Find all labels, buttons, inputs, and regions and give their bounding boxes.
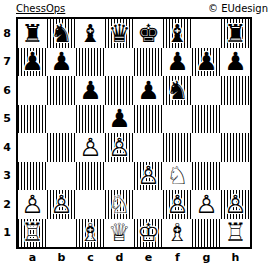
square-a3 — [18, 162, 47, 191]
piece-black-bishop: ♝ — [79, 21, 101, 46]
rank-label-3: 3 — [0, 162, 16, 191]
chess-board: ♜♞♝♛♚♝♜♟♟♟♟♟♟♟♞♟♙♙♙♘♙♙♘♙♙♙♖♗♕♔♗♖ — [16, 17, 252, 249]
piece-white-pawn: ♙ — [108, 135, 130, 160]
square-h8: ♜ — [221, 19, 250, 48]
rank-label-5: 5 — [0, 105, 16, 134]
piece-black-pawn: ♟ — [108, 106, 130, 131]
piece-black-rook: ♜ — [21, 21, 43, 46]
square-d7 — [105, 48, 134, 77]
file-label-a: a — [18, 249, 47, 264]
square-f6: ♞ — [163, 76, 192, 105]
piece-white-rook: ♖ — [224, 220, 246, 245]
piece-white-knight: ♘ — [108, 192, 130, 217]
chess-diagram-page: ChessOps © EUdesign 87654321 ♜♞♝♛♚♝♜♟♟♟♟… — [0, 0, 270, 270]
square-c3 — [76, 162, 105, 191]
piece-white-pawn: ♙ — [224, 192, 246, 217]
square-h2: ♙ — [221, 190, 250, 219]
rank-label-8: 8 — [0, 19, 16, 48]
square-f8: ♝ — [163, 19, 192, 48]
piece-white-pawn: ♙ — [21, 192, 43, 217]
file-label-b: b — [47, 249, 76, 264]
piece-black-pawn: ♟ — [224, 49, 246, 74]
square-c2 — [76, 190, 105, 219]
piece-white-bishop: ♗ — [79, 220, 101, 245]
piece-white-queen: ♕ — [108, 220, 130, 245]
piece-black-knight: ♞ — [166, 78, 188, 103]
square-a2: ♙ — [18, 190, 47, 219]
header-bar: ChessOps © EUdesign — [0, 0, 270, 17]
square-h7: ♟ — [221, 48, 250, 77]
square-f2: ♙ — [163, 190, 192, 219]
square-e2 — [134, 190, 163, 219]
square-b7: ♟ — [47, 48, 76, 77]
square-b4 — [47, 133, 76, 162]
rank-label-4: 4 — [0, 133, 16, 162]
square-c5 — [76, 105, 105, 134]
piece-white-bishop: ♗ — [166, 220, 188, 245]
square-d6 — [105, 76, 134, 105]
square-c4: ♙ — [76, 133, 105, 162]
square-e7 — [134, 48, 163, 77]
square-c6: ♟ — [76, 76, 105, 105]
file-label-f: f — [163, 249, 192, 264]
square-d8: ♛ — [105, 19, 134, 48]
square-g6 — [192, 76, 221, 105]
piece-white-pawn: ♙ — [50, 192, 72, 217]
piece-white-pawn: ♙ — [137, 163, 159, 188]
piece-black-pawn: ♟ — [166, 49, 188, 74]
piece-black-queen: ♛ — [108, 21, 130, 46]
square-g3 — [192, 162, 221, 191]
file-label-g: g — [192, 249, 221, 264]
rank-labels: 87654321 — [0, 17, 16, 249]
square-h4 — [221, 133, 250, 162]
piece-black-knight: ♞ — [50, 21, 72, 46]
square-g2: ♙ — [192, 190, 221, 219]
square-c7 — [76, 48, 105, 77]
piece-black-rook: ♜ — [224, 21, 246, 46]
credit-text: © EUdesign — [208, 3, 268, 14]
square-a4 — [18, 133, 47, 162]
square-f7: ♟ — [163, 48, 192, 77]
square-e1: ♔ — [134, 219, 163, 248]
square-a8: ♜ — [18, 19, 47, 48]
square-f5 — [163, 105, 192, 134]
piece-white-knight: ♘ — [166, 163, 188, 188]
rank-label-2: 2 — [0, 190, 16, 219]
square-e4 — [134, 133, 163, 162]
file-labels: abcdefgh — [18, 249, 270, 264]
square-g5 — [192, 105, 221, 134]
square-d3 — [105, 162, 134, 191]
square-c8: ♝ — [76, 19, 105, 48]
square-h5 — [221, 105, 250, 134]
piece-white-pawn: ♙ — [195, 192, 217, 217]
square-b6 — [47, 76, 76, 105]
square-a5 — [18, 105, 47, 134]
piece-white-rook: ♖ — [21, 220, 43, 245]
square-a7: ♟ — [18, 48, 47, 77]
file-label-d: d — [105, 249, 134, 264]
piece-black-pawn: ♟ — [79, 78, 101, 103]
square-b8: ♞ — [47, 19, 76, 48]
square-f3: ♘ — [163, 162, 192, 191]
square-e6: ♟ — [134, 76, 163, 105]
square-g7: ♟ — [192, 48, 221, 77]
square-g1 — [192, 219, 221, 248]
piece-black-king: ♚ — [137, 21, 159, 46]
piece-black-pawn: ♟ — [137, 78, 159, 103]
square-g8 — [192, 19, 221, 48]
piece-black-pawn: ♟ — [50, 49, 72, 74]
square-g4 — [192, 133, 221, 162]
piece-black-pawn: ♟ — [195, 49, 217, 74]
piece-white-pawn: ♙ — [79, 135, 101, 160]
app-title-link[interactable]: ChessOps — [16, 3, 65, 14]
square-d1: ♕ — [105, 219, 134, 248]
square-b1 — [47, 219, 76, 248]
square-d2: ♘ — [105, 190, 134, 219]
square-f4 — [163, 133, 192, 162]
square-h1: ♖ — [221, 219, 250, 248]
square-e5 — [134, 105, 163, 134]
file-label-h: h — [221, 249, 250, 264]
rank-label-6: 6 — [0, 76, 16, 105]
square-a6 — [18, 76, 47, 105]
square-a1: ♖ — [18, 219, 47, 248]
square-e8: ♚ — [134, 19, 163, 48]
square-e3: ♙ — [134, 162, 163, 191]
piece-black-pawn: ♟ — [21, 49, 43, 74]
square-b5 — [47, 105, 76, 134]
piece-white-pawn: ♙ — [166, 192, 188, 217]
rank-label-7: 7 — [0, 48, 16, 77]
square-b2: ♙ — [47, 190, 76, 219]
square-h3 — [221, 162, 250, 191]
board-area: 87654321 ♜♞♝♛♚♝♜♟♟♟♟♟♟♟♞♟♙♙♙♘♙♙♘♙♙♙♖♗♕♔♗… — [0, 17, 270, 249]
square-d5: ♟ — [105, 105, 134, 134]
piece-black-bishop: ♝ — [166, 21, 188, 46]
rank-label-1: 1 — [0, 219, 16, 248]
square-c1: ♗ — [76, 219, 105, 248]
file-label-c: c — [76, 249, 105, 264]
file-label-e: e — [134, 249, 163, 264]
square-b3 — [47, 162, 76, 191]
piece-white-king: ♔ — [137, 220, 159, 245]
square-h6 — [221, 76, 250, 105]
square-d4: ♙ — [105, 133, 134, 162]
square-f1: ♗ — [163, 219, 192, 248]
